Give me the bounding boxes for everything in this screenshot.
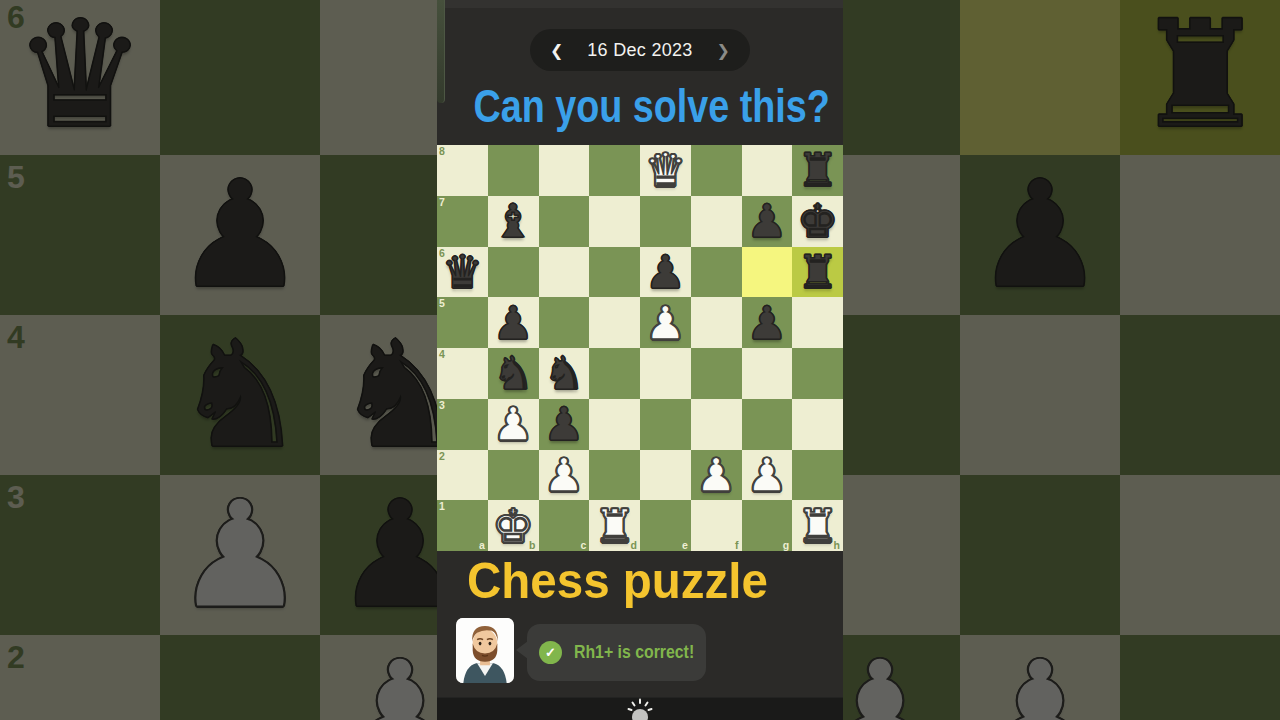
square-e7[interactable] — [640, 196, 691, 247]
square-b1[interactable]: b♚ — [488, 500, 539, 551]
square-g8[interactable] — [742, 145, 793, 196]
phone-column: ❮ 16 Dec 2023 ❯ Can you solve this? 8♛♜7… — [437, 0, 843, 720]
rank-label-4: 4 — [439, 349, 445, 360]
square-h5[interactable] — [792, 297, 843, 348]
square-h2[interactable] — [792, 450, 843, 501]
coach-avatar-illustration — [456, 618, 514, 683]
square-h1[interactable]: h♜ — [792, 500, 843, 551]
black-rook[interactable]: ♜ — [792, 247, 843, 298]
square-g5[interactable]: ♟ — [742, 297, 793, 348]
file-label-g: g — [783, 540, 789, 551]
white-pawn[interactable]: ♟ — [742, 450, 793, 501]
black-pawn[interactable]: ♟ — [640, 247, 691, 298]
square-d2[interactable] — [589, 450, 640, 501]
square-c1[interactable]: c — [539, 500, 590, 551]
square-d3[interactable] — [589, 399, 640, 450]
square-g4[interactable] — [742, 348, 793, 399]
black-rook[interactable]: ♜ — [792, 145, 843, 196]
square-e2[interactable] — [640, 450, 691, 501]
hint-lightbulb-icon[interactable] — [625, 698, 655, 720]
square-d8[interactable] — [589, 145, 640, 196]
coach-avatar — [456, 618, 514, 683]
white-pawn[interactable]: ♟ — [640, 297, 691, 348]
square-a5[interactable]: 5 — [437, 297, 488, 348]
square-d5[interactable] — [589, 297, 640, 348]
rank-label-2: 2 — [439, 451, 445, 462]
square-e5[interactable]: ♟ — [640, 297, 691, 348]
white-king[interactable]: ♚ — [488, 500, 539, 551]
square-f6[interactable] — [691, 247, 742, 298]
square-f2[interactable]: ♟ — [691, 450, 742, 501]
square-g3[interactable] — [742, 399, 793, 450]
white-pawn[interactable]: ♟ — [691, 450, 742, 501]
square-e6[interactable]: ♟ — [640, 247, 691, 298]
ui-edge-strip — [437, 0, 445, 103]
square-b3[interactable]: ♟ — [488, 399, 539, 450]
next-day-button[interactable]: ❯ — [717, 41, 730, 60]
rank-label-7: 7 — [439, 197, 445, 208]
square-e4[interactable] — [640, 348, 691, 399]
square-d6[interactable] — [589, 247, 640, 298]
square-a2[interactable]: 2 — [437, 450, 488, 501]
square-f5[interactable] — [691, 297, 742, 348]
checkmark-icon: ✓ — [539, 641, 562, 664]
white-rook[interactable]: ♜ — [589, 500, 640, 551]
square-a8[interactable]: 8 — [437, 145, 488, 196]
square-g7[interactable]: ♟ — [742, 196, 793, 247]
square-d7[interactable] — [589, 196, 640, 247]
rank-label-5: 5 — [439, 298, 445, 309]
square-h6[interactable]: ♜ — [792, 247, 843, 298]
square-a4[interactable]: 4 — [437, 348, 488, 399]
square-h4[interactable] — [792, 348, 843, 399]
square-a1[interactable]: 1a — [437, 500, 488, 551]
square-e3[interactable] — [640, 399, 691, 450]
black-knight[interactable]: ♞ — [488, 348, 539, 399]
square-f7[interactable] — [691, 196, 742, 247]
rank-label-1: 1 — [439, 501, 445, 512]
top-sheen — [437, 0, 843, 8]
square-f3[interactable] — [691, 399, 742, 450]
white-pawn[interactable]: ♟ — [539, 450, 590, 501]
square-h3[interactable] — [792, 399, 843, 450]
square-h7[interactable]: ♚ — [792, 196, 843, 247]
square-b5[interactable]: ♟ — [488, 297, 539, 348]
file-label-a: a — [479, 540, 485, 551]
feedback-bubble: ✓ Rh1+ is correct! — [527, 624, 706, 681]
puzzle-question: Can you solve this? — [474, 79, 807, 133]
square-c5[interactable] — [539, 297, 590, 348]
file-label-e: e — [682, 540, 688, 551]
square-h8[interactable]: ♜ — [792, 145, 843, 196]
square-b7[interactable]: ♝ — [488, 196, 539, 247]
square-f8[interactable] — [691, 145, 742, 196]
white-rook[interactable]: ♜ — [792, 500, 843, 551]
square-a7[interactable]: 7 — [437, 196, 488, 247]
square-g6[interactable] — [742, 247, 793, 298]
square-b6[interactable] — [488, 247, 539, 298]
square-b4[interactable]: ♞ — [488, 348, 539, 399]
square-e1[interactable]: e — [640, 500, 691, 551]
square-f1[interactable]: f — [691, 500, 742, 551]
black-knight[interactable]: ♞ — [539, 348, 590, 399]
square-c6[interactable] — [539, 247, 590, 298]
rank-label-8: 8 — [439, 146, 445, 157]
caption: Chess puzzle — [467, 552, 768, 610]
black-bishop[interactable]: ♝ — [488, 196, 539, 247]
white-pawn[interactable]: ♟ — [488, 399, 539, 450]
square-c4[interactable]: ♞ — [539, 348, 590, 399]
black-pawn[interactable]: ♟ — [539, 399, 590, 450]
file-label-f: f — [735, 540, 739, 551]
square-b8[interactable] — [488, 145, 539, 196]
date-label: 16 Dec 2023 — [587, 40, 692, 61]
square-c2[interactable]: ♟ — [539, 450, 590, 501]
square-c3[interactable]: ♟ — [539, 399, 590, 450]
black-king[interactable]: ♚ — [792, 196, 843, 247]
black-pawn[interactable]: ♟ — [742, 297, 793, 348]
square-a6[interactable]: 6♛ — [437, 247, 488, 298]
square-b2[interactable] — [488, 450, 539, 501]
chess-board: 8♛♜7♝♟♚6♛♟♜5♟♟♟4♞♞3♟♟2♟♟♟1ab♚cd♜efgh♜ — [437, 145, 843, 551]
rank-label-3: 3 — [439, 400, 445, 411]
square-d4[interactable] — [589, 348, 640, 399]
file-label-c: c — [580, 540, 586, 551]
square-e8[interactable]: ♛ — [640, 145, 691, 196]
feedback-text: Rh1+ is correct! — [574, 642, 694, 663]
square-f4[interactable] — [691, 348, 742, 399]
date-nav: ❮ 16 Dec 2023 ❯ — [530, 29, 750, 71]
black-queen[interactable]: ♛ — [437, 247, 488, 298]
white-queen[interactable]: ♛ — [640, 145, 691, 196]
black-pawn[interactable]: ♟ — [742, 196, 793, 247]
black-pawn[interactable]: ♟ — [488, 297, 539, 348]
square-d1[interactable]: d♜ — [589, 500, 640, 551]
square-a3[interactable]: 3 — [437, 399, 488, 450]
prev-day-button[interactable]: ❮ — [550, 41, 563, 60]
square-g1[interactable]: g — [742, 500, 793, 551]
square-c8[interactable] — [539, 145, 590, 196]
square-g2[interactable]: ♟ — [742, 450, 793, 501]
square-c7[interactable] — [539, 196, 590, 247]
